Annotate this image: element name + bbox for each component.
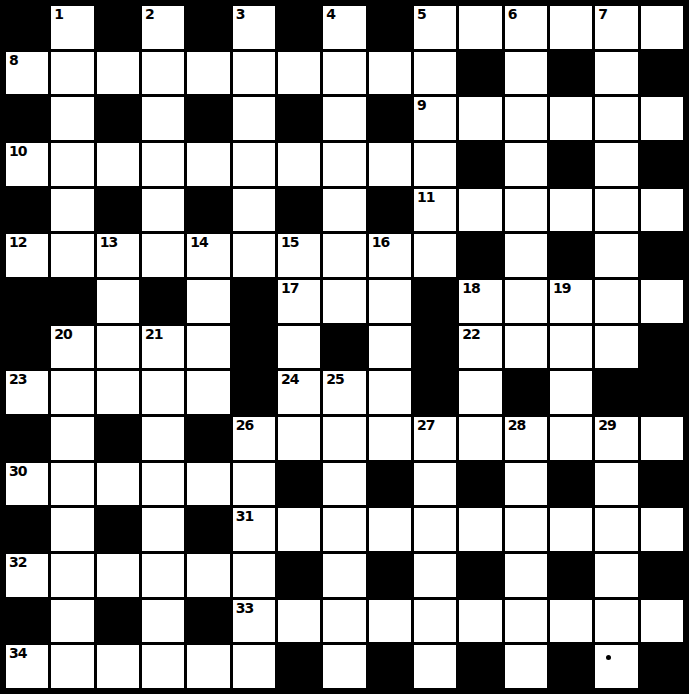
cell-r8c4[interactable]: 21 <box>142 326 184 369</box>
cell-r14c14[interactable] <box>595 600 637 643</box>
cell-r6c10[interactable] <box>414 234 456 277</box>
clue-number: 22 <box>462 326 479 342</box>
cell-r9c15 <box>641 371 683 414</box>
cell-r4c12[interactable] <box>505 143 547 186</box>
cell-r12c8[interactable] <box>323 508 365 551</box>
cell-r10c5 <box>187 417 229 460</box>
cell-r2c5[interactable] <box>187 52 229 95</box>
clue-number: 7 <box>598 6 607 22</box>
cell-r5c13[interactable] <box>550 189 592 232</box>
clue-number: 11 <box>417 189 434 205</box>
cell-r8c6 <box>233 326 275 369</box>
cell-r6c4[interactable] <box>142 234 184 277</box>
cell-r3c10[interactable]: 9 <box>414 97 456 140</box>
cell-r4c7[interactable] <box>278 143 320 186</box>
cell-r3c8[interactable] <box>323 97 365 140</box>
cell-r6c11 <box>459 234 501 277</box>
cell-r8c9[interactable] <box>369 326 411 369</box>
cell-r15c2[interactable] <box>51 645 93 688</box>
cell-r9c10 <box>414 371 456 414</box>
cell-r2c13 <box>550 52 592 95</box>
cell-r13c13 <box>550 554 592 597</box>
clue-number: 8 <box>9 52 18 68</box>
cell-r12c5 <box>187 508 229 551</box>
cell-r10c7[interactable] <box>278 417 320 460</box>
clue-number: 14 <box>190 234 207 250</box>
cell-r8c12[interactable] <box>505 326 547 369</box>
cell-r13c7 <box>278 554 320 597</box>
cell-r12c13[interactable] <box>550 508 592 551</box>
cell-r5c2[interactable] <box>51 189 93 232</box>
cell-r6c3[interactable]: 13 <box>97 234 139 277</box>
cell-r12c3 <box>97 508 139 551</box>
cell-r12c15[interactable] <box>641 508 683 551</box>
cell-r2c10[interactable] <box>414 52 456 95</box>
cell-r1c7 <box>278 6 320 49</box>
clue-number: 33 <box>236 600 253 616</box>
cell-r13c11 <box>459 554 501 597</box>
clue-number: 34 <box>9 645 26 661</box>
cell-r15c13 <box>550 645 592 688</box>
cell-r10c12[interactable]: 28 <box>505 417 547 460</box>
cell-r15c11 <box>459 645 501 688</box>
cell-r4c1[interactable]: 10 <box>6 143 48 186</box>
clue-number: 4 <box>326 6 335 22</box>
cell-r5c3 <box>97 189 139 232</box>
cell-r3c14[interactable] <box>595 97 637 140</box>
cell-r14c1 <box>6 600 48 643</box>
cell-r9c5[interactable] <box>187 371 229 414</box>
cell-r10c11[interactable] <box>459 417 501 460</box>
cell-r9c13[interactable] <box>550 371 592 414</box>
cell-r8c5[interactable] <box>187 326 229 369</box>
cell-r10c3 <box>97 417 139 460</box>
cell-r15c1[interactable]: 34 <box>6 645 48 688</box>
cell-r6c7[interactable]: 15 <box>278 234 320 277</box>
cell-r6c8[interactable] <box>323 234 365 277</box>
cell-r5c7 <box>278 189 320 232</box>
cell-r15c4[interactable] <box>142 645 184 688</box>
cell-r13c1[interactable]: 32 <box>6 554 48 597</box>
cell-r4c15 <box>641 143 683 186</box>
cell-r4c2[interactable] <box>51 143 93 186</box>
cell-r13c15 <box>641 554 683 597</box>
cell-r15c14[interactable] <box>595 645 637 688</box>
cell-r9c4[interactable] <box>142 371 184 414</box>
cell-r11c1[interactable]: 30 <box>6 463 48 506</box>
cell-r11c12[interactable] <box>505 463 547 506</box>
clue-number: 32 <box>9 554 26 570</box>
cell-r1c14[interactable]: 7 <box>595 6 637 49</box>
cell-r3c12[interactable] <box>505 97 547 140</box>
cell-r10c14[interactable]: 29 <box>595 417 637 460</box>
clue-number: 20 <box>54 326 71 342</box>
cell-r11c7 <box>278 463 320 506</box>
clue-number: 12 <box>9 234 26 250</box>
cell-r12c14[interactable] <box>595 508 637 551</box>
cell-r5c15[interactable] <box>641 189 683 232</box>
cell-r9c2[interactable] <box>51 371 93 414</box>
cell-r3c11[interactable] <box>459 97 501 140</box>
cell-r14c4[interactable] <box>142 600 184 643</box>
clue-number: 1 <box>54 6 63 22</box>
cell-r5c8[interactable] <box>323 189 365 232</box>
cell-r13c9 <box>369 554 411 597</box>
cell-r8c15 <box>641 326 683 369</box>
cell-r10c9[interactable] <box>369 417 411 460</box>
cell-r13c8[interactable] <box>323 554 365 597</box>
clue-number: 24 <box>281 371 298 387</box>
cell-r2c12[interactable] <box>505 52 547 95</box>
cell-r1c8[interactable]: 4 <box>323 6 365 49</box>
cell-r3c4[interactable] <box>142 97 184 140</box>
cell-r6c12[interactable] <box>505 234 547 277</box>
cell-r15c3[interactable] <box>97 645 139 688</box>
cell-r2c14[interactable] <box>595 52 637 95</box>
cell-r3c7 <box>278 97 320 140</box>
cell-r14c9[interactable] <box>369 600 411 643</box>
clue-number: 13 <box>100 234 117 250</box>
clue-number: 19 <box>553 280 570 296</box>
cell-r2c6[interactable] <box>233 52 275 95</box>
cell-r13c10[interactable] <box>414 554 456 597</box>
cell-r5c4[interactable] <box>142 189 184 232</box>
clue-number: 26 <box>236 417 253 433</box>
cell-r3c1 <box>6 97 48 140</box>
cell-r12c9[interactable] <box>369 508 411 551</box>
cell-r4c10[interactable] <box>414 143 456 186</box>
cell-r1c4[interactable]: 2 <box>142 6 184 49</box>
cell-r3c2[interactable] <box>51 97 93 140</box>
cell-r3c6[interactable] <box>233 97 275 140</box>
cell-r11c9 <box>369 463 411 506</box>
clue-number: 2 <box>145 6 154 22</box>
cell-r13c14[interactable] <box>595 554 637 597</box>
cell-r1c10[interactable]: 5 <box>414 6 456 49</box>
cell-r2c9[interactable] <box>369 52 411 95</box>
cell-r4c6[interactable] <box>233 143 275 186</box>
cell-r6c1[interactable]: 12 <box>6 234 48 277</box>
cell-r4c3[interactable] <box>97 143 139 186</box>
cell-r14c6[interactable]: 33 <box>233 600 275 643</box>
clue-number: 10 <box>9 143 26 159</box>
cell-r7c8[interactable] <box>323 280 365 323</box>
cell-r12c11[interactable] <box>459 508 501 551</box>
cell-r1c13[interactable] <box>550 6 592 49</box>
clue-number: 16 <box>372 234 389 250</box>
cell-r2c8[interactable] <box>323 52 365 95</box>
cell-r6c13 <box>550 234 592 277</box>
cell-r4c4[interactable] <box>142 143 184 186</box>
cell-r3c3 <box>97 97 139 140</box>
clue-number: 21 <box>145 326 162 342</box>
cell-r7c5[interactable] <box>187 280 229 323</box>
cell-r3c13[interactable] <box>550 97 592 140</box>
cell-r4c11 <box>459 143 501 186</box>
cell-r2c7[interactable] <box>278 52 320 95</box>
clue-number: 29 <box>598 417 615 433</box>
cell-r7c14[interactable] <box>595 280 637 323</box>
cell-r8c13[interactable] <box>550 326 592 369</box>
cell-r7c11[interactable]: 18 <box>459 280 501 323</box>
clue-number: 23 <box>9 371 26 387</box>
cell-r15c9 <box>369 645 411 688</box>
cell-r13c3[interactable] <box>97 554 139 597</box>
cell-r6c5[interactable]: 14 <box>187 234 229 277</box>
cell-r14c3 <box>97 600 139 643</box>
cell-r6c15 <box>641 234 683 277</box>
cell-r1c2[interactable]: 1 <box>51 6 93 49</box>
cell-r5c10[interactable]: 11 <box>414 189 456 232</box>
cell-r1c5 <box>187 6 229 49</box>
cell-r13c6[interactable] <box>233 554 275 597</box>
page: 1234567891011121314151617181920212223242… <box>0 0 691 696</box>
cell-r14c8[interactable] <box>323 600 365 643</box>
cell-r9c1[interactable]: 23 <box>6 371 48 414</box>
cell-r7c9[interactable] <box>369 280 411 323</box>
cell-r15c7 <box>278 645 320 688</box>
cell-r2c2[interactable] <box>51 52 93 95</box>
cell-r4c14[interactable] <box>595 143 637 186</box>
cell-r11c2[interactable] <box>51 463 93 506</box>
cell-r4c9[interactable] <box>369 143 411 186</box>
cell-r4c5[interactable] <box>187 143 229 186</box>
clue-number: 18 <box>462 280 479 296</box>
cell-r1c9 <box>369 6 411 49</box>
cell-r1c1 <box>6 6 48 49</box>
cell-r9c7[interactable]: 24 <box>278 371 320 414</box>
clue-number: 5 <box>417 6 426 22</box>
cell-r14c2[interactable] <box>51 600 93 643</box>
cell-r9c6 <box>233 371 275 414</box>
cell-r10c8[interactable] <box>323 417 365 460</box>
clue-number: 31 <box>236 508 253 524</box>
cell-r5c5 <box>187 189 229 232</box>
crossword-grid: 1234567891011121314151617181920212223242… <box>0 0 689 694</box>
cell-r11c13 <box>550 463 592 506</box>
cell-r7c7[interactable]: 17 <box>278 280 320 323</box>
cell-r12c7[interactable] <box>278 508 320 551</box>
cell-r10c1 <box>6 417 48 460</box>
cell-r7c1 <box>6 280 48 323</box>
cell-r15c15 <box>641 645 683 688</box>
cell-r9c9[interactable] <box>369 371 411 414</box>
clue-number: 28 <box>508 417 525 433</box>
cell-r3c15[interactable] <box>641 97 683 140</box>
cell-r10c4[interactable] <box>142 417 184 460</box>
cell-r10c2[interactable] <box>51 417 93 460</box>
stray-dot-mark <box>606 655 611 660</box>
cell-r10c6[interactable]: 26 <box>233 417 275 460</box>
cell-r14c5 <box>187 600 229 643</box>
clue-number: 30 <box>9 463 26 479</box>
cell-r14c11[interactable] <box>459 600 501 643</box>
cell-r1c15[interactable] <box>641 6 683 49</box>
clue-number: 3 <box>236 6 245 22</box>
cell-r15c10[interactable] <box>414 645 456 688</box>
cell-r8c1 <box>6 326 48 369</box>
cell-r15c5[interactable] <box>187 645 229 688</box>
cell-r5c9 <box>369 189 411 232</box>
cell-r14c12[interactable] <box>505 600 547 643</box>
cell-r2c3[interactable] <box>97 52 139 95</box>
cell-r10c15[interactable] <box>641 417 683 460</box>
cell-r13c4[interactable] <box>142 554 184 597</box>
cell-r9c14 <box>595 371 637 414</box>
cell-r6c2[interactable] <box>51 234 93 277</box>
cell-r2c15 <box>641 52 683 95</box>
cell-r4c13 <box>550 143 592 186</box>
cell-r5c14[interactable] <box>595 189 637 232</box>
cell-r8c3[interactable] <box>97 326 139 369</box>
cell-r6c6[interactable] <box>233 234 275 277</box>
cell-r7c10 <box>414 280 456 323</box>
cell-r12c2[interactable] <box>51 508 93 551</box>
cell-r11c10[interactable] <box>414 463 456 506</box>
cell-r5c11[interactable] <box>459 189 501 232</box>
cell-r7c2 <box>51 280 93 323</box>
cell-r1c6[interactable]: 3 <box>233 6 275 49</box>
cell-r7c4 <box>142 280 184 323</box>
cell-r9c12 <box>505 371 547 414</box>
cell-r8c10 <box>414 326 456 369</box>
cell-r14c7[interactable] <box>278 600 320 643</box>
cell-r2c4[interactable] <box>142 52 184 95</box>
cell-r13c12[interactable] <box>505 554 547 597</box>
cell-r13c5[interactable] <box>187 554 229 597</box>
clue-number: 6 <box>508 6 517 22</box>
cell-r12c1 <box>6 508 48 551</box>
cell-r9c11[interactable] <box>459 371 501 414</box>
cell-r3c5 <box>187 97 229 140</box>
cell-r7c6 <box>233 280 275 323</box>
cell-r9c8[interactable]: 25 <box>323 371 365 414</box>
cell-r13c2[interactable] <box>51 554 93 597</box>
clue-number: 9 <box>417 97 426 113</box>
cell-r14c10[interactable] <box>414 600 456 643</box>
clue-number: 15 <box>281 234 298 250</box>
cell-r12c10[interactable] <box>414 508 456 551</box>
cell-r2c1[interactable]: 8 <box>6 52 48 95</box>
cell-r8c2[interactable]: 20 <box>51 326 93 369</box>
cell-r7c3[interactable] <box>97 280 139 323</box>
cell-r8c8 <box>323 326 365 369</box>
cell-r10c13[interactable] <box>550 417 592 460</box>
cell-r7c15[interactable] <box>641 280 683 323</box>
cell-r10c10[interactable]: 27 <box>414 417 456 460</box>
cell-r11c8[interactable] <box>323 463 365 506</box>
cell-r11c3[interactable] <box>97 463 139 506</box>
cell-r1c3 <box>97 6 139 49</box>
cell-r14c15[interactable] <box>641 600 683 643</box>
cell-r12c6[interactable]: 31 <box>233 508 275 551</box>
cell-r2c11 <box>459 52 501 95</box>
cell-r8c14[interactable] <box>595 326 637 369</box>
cell-r15c12[interactable] <box>505 645 547 688</box>
cell-r3c9 <box>369 97 411 140</box>
cell-r15c6[interactable] <box>233 645 275 688</box>
cell-r1c11[interactable] <box>459 6 501 49</box>
clue-number: 27 <box>417 417 434 433</box>
cell-r12c12[interactable] <box>505 508 547 551</box>
clue-number: 25 <box>326 371 343 387</box>
cell-r11c5[interactable] <box>187 463 229 506</box>
cell-r5c12[interactable] <box>505 189 547 232</box>
cell-r9c3[interactable] <box>97 371 139 414</box>
cell-r5c6[interactable] <box>233 189 275 232</box>
cell-r11c6[interactable] <box>233 463 275 506</box>
cell-r8c7[interactable] <box>278 326 320 369</box>
cell-r11c11 <box>459 463 501 506</box>
cell-r7c13[interactable]: 19 <box>550 280 592 323</box>
cell-r6c14[interactable] <box>595 234 637 277</box>
cell-r11c15 <box>641 463 683 506</box>
cell-r14c13[interactable] <box>550 600 592 643</box>
cell-r5c1 <box>6 189 48 232</box>
cell-r15c8[interactable] <box>323 645 365 688</box>
cell-r6c9[interactable]: 16 <box>369 234 411 277</box>
cell-r12c4[interactable] <box>142 508 184 551</box>
cell-r11c4[interactable] <box>142 463 184 506</box>
cell-r8c11[interactable]: 22 <box>459 326 501 369</box>
clue-number: 17 <box>281 280 298 296</box>
cell-r4c8[interactable] <box>323 143 365 186</box>
cell-r1c12[interactable]: 6 <box>505 6 547 49</box>
cell-r11c14[interactable] <box>595 463 637 506</box>
cell-r7c12[interactable] <box>505 280 547 323</box>
